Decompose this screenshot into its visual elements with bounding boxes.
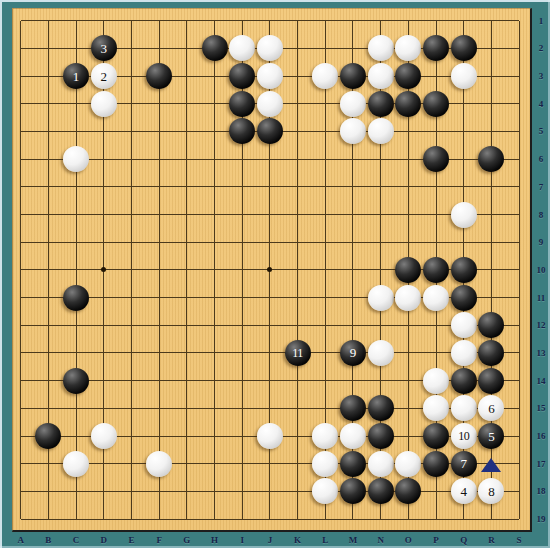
intersection-Q10[interactable]: [450, 256, 478, 284]
intersection-F13[interactable]: [145, 339, 173, 367]
intersection-G15[interactable]: [173, 394, 201, 422]
intersection-P14[interactable]: [422, 367, 450, 395]
intersection-C7[interactable]: [62, 173, 90, 201]
intersection-G14[interactable]: [173, 367, 201, 395]
intersection-A19[interactable]: [7, 505, 35, 533]
intersection-G6[interactable]: [173, 145, 201, 173]
intersection-O3[interactable]: [394, 62, 422, 90]
intersection-I8[interactable]: [228, 201, 256, 229]
intersection-P13[interactable]: [422, 339, 450, 367]
intersection-J5[interactable]: [256, 118, 284, 146]
intersection-N3[interactable]: [367, 62, 395, 90]
intersection-C19[interactable]: [62, 505, 90, 533]
intersection-R5[interactable]: [478, 118, 506, 146]
intersection-L11[interactable]: [311, 284, 339, 312]
intersection-N6[interactable]: [367, 145, 395, 173]
intersection-B16[interactable]: [35, 422, 63, 450]
intersection-I5[interactable]: [228, 118, 256, 146]
intersection-B7[interactable]: [35, 173, 63, 201]
intersection-D15[interactable]: [90, 394, 118, 422]
intersection-C8[interactable]: [62, 201, 90, 229]
intersection-E13[interactable]: [118, 339, 146, 367]
intersection-Q2[interactable]: [450, 35, 478, 63]
intersection-B12[interactable]: [35, 311, 63, 339]
intersection-A13[interactable]: [7, 339, 35, 367]
intersection-P7[interactable]: [422, 173, 450, 201]
intersection-F19[interactable]: [145, 505, 173, 533]
intersection-P4[interactable]: [422, 90, 450, 118]
intersection-E16[interactable]: [118, 422, 146, 450]
intersection-C12[interactable]: [62, 311, 90, 339]
intersection-P9[interactable]: [422, 228, 450, 256]
intersection-E12[interactable]: [118, 311, 146, 339]
intersection-O14[interactable]: [394, 367, 422, 395]
intersection-E5[interactable]: [118, 118, 146, 146]
intersection-D16[interactable]: [90, 422, 118, 450]
intersection-P1[interactable]: [422, 7, 450, 35]
intersection-M13[interactable]: 9: [339, 339, 367, 367]
intersection-L9[interactable]: [311, 228, 339, 256]
intersection-S15[interactable]: [505, 394, 533, 422]
intersection-P11[interactable]: [422, 284, 450, 312]
intersection-L13[interactable]: [311, 339, 339, 367]
intersection-F18[interactable]: [145, 478, 173, 506]
intersection-G18[interactable]: [173, 478, 201, 506]
intersection-G5[interactable]: [173, 118, 201, 146]
intersection-O17[interactable]: [394, 450, 422, 478]
intersection-E2[interactable]: [118, 35, 146, 63]
intersection-I1[interactable]: [228, 7, 256, 35]
intersection-P16[interactable]: [422, 422, 450, 450]
intersection-S11[interactable]: [505, 284, 533, 312]
intersection-E1[interactable]: [118, 7, 146, 35]
intersection-B8[interactable]: [35, 201, 63, 229]
intersection-H11[interactable]: [201, 284, 229, 312]
intersection-I19[interactable]: [228, 505, 256, 533]
intersection-N7[interactable]: [367, 173, 395, 201]
intersection-C3[interactable]: 1: [62, 62, 90, 90]
intersection-P3[interactable]: [422, 62, 450, 90]
intersection-Q19[interactable]: [450, 505, 478, 533]
intersection-M5[interactable]: [339, 118, 367, 146]
intersection-K13[interactable]: 11: [284, 339, 312, 367]
intersection-C10[interactable]: [62, 256, 90, 284]
intersection-H2[interactable]: [201, 35, 229, 63]
intersection-N9[interactable]: [367, 228, 395, 256]
intersection-D7[interactable]: [90, 173, 118, 201]
intersection-S7[interactable]: [505, 173, 533, 201]
intersection-G3[interactable]: [173, 62, 201, 90]
intersection-Q7[interactable]: [450, 173, 478, 201]
intersection-F17[interactable]: [145, 450, 173, 478]
intersection-I4[interactable]: [228, 90, 256, 118]
intersection-Q17[interactable]: 7: [450, 450, 478, 478]
intersection-F14[interactable]: [145, 367, 173, 395]
intersection-Q5[interactable]: [450, 118, 478, 146]
intersection-P6[interactable]: [422, 145, 450, 173]
intersection-P10[interactable]: [422, 256, 450, 284]
intersection-D12[interactable]: [90, 311, 118, 339]
intersection-G1[interactable]: [173, 7, 201, 35]
intersection-S10[interactable]: [505, 256, 533, 284]
intersection-O15[interactable]: [394, 394, 422, 422]
intersection-S1[interactable]: [505, 7, 533, 35]
intersection-R11[interactable]: [478, 284, 506, 312]
intersection-H4[interactable]: [201, 90, 229, 118]
intersection-I10[interactable]: [228, 256, 256, 284]
intersection-L12[interactable]: [311, 311, 339, 339]
intersection-H19[interactable]: [201, 505, 229, 533]
intersection-E18[interactable]: [118, 478, 146, 506]
intersection-J19[interactable]: [256, 505, 284, 533]
intersection-Q12[interactable]: [450, 311, 478, 339]
intersection-R1[interactable]: [478, 7, 506, 35]
intersection-L4[interactable]: [311, 90, 339, 118]
intersection-D3[interactable]: 2: [90, 62, 118, 90]
intersection-N12[interactable]: [367, 311, 395, 339]
intersection-R18[interactable]: 8: [478, 478, 506, 506]
intersection-A6[interactable]: [7, 145, 35, 173]
intersection-E11[interactable]: [118, 284, 146, 312]
intersection-I18[interactable]: [228, 478, 256, 506]
intersection-P8[interactable]: [422, 201, 450, 229]
intersection-D14[interactable]: [90, 367, 118, 395]
intersection-L15[interactable]: [311, 394, 339, 422]
intersection-K11[interactable]: [284, 284, 312, 312]
intersection-A7[interactable]: [7, 173, 35, 201]
intersection-B5[interactable]: [35, 118, 63, 146]
intersection-J15[interactable]: [256, 394, 284, 422]
intersection-R17[interactable]: [478, 450, 506, 478]
intersection-A14[interactable]: [7, 367, 35, 395]
intersection-B14[interactable]: [35, 367, 63, 395]
intersection-C13[interactable]: [62, 339, 90, 367]
intersection-O8[interactable]: [394, 201, 422, 229]
intersection-N2[interactable]: [367, 35, 395, 63]
intersection-P18[interactable]: [422, 478, 450, 506]
intersection-G11[interactable]: [173, 284, 201, 312]
intersection-M14[interactable]: [339, 367, 367, 395]
intersection-B9[interactable]: [35, 228, 63, 256]
intersection-Q18[interactable]: 4: [450, 478, 478, 506]
intersection-H15[interactable]: [201, 394, 229, 422]
intersection-N18[interactable]: [367, 478, 395, 506]
intersection-L2[interactable]: [311, 35, 339, 63]
intersection-G17[interactable]: [173, 450, 201, 478]
intersection-P17[interactable]: [422, 450, 450, 478]
intersection-L3[interactable]: [311, 62, 339, 90]
intersection-Q15[interactable]: [450, 394, 478, 422]
intersection-O16[interactable]: [394, 422, 422, 450]
intersection-P5[interactable]: [422, 118, 450, 146]
intersection-N13[interactable]: [367, 339, 395, 367]
intersection-D6[interactable]: [90, 145, 118, 173]
intersection-M8[interactable]: [339, 201, 367, 229]
intersection-R14[interactable]: [478, 367, 506, 395]
intersection-R16[interactable]: 5: [478, 422, 506, 450]
intersection-A4[interactable]: [7, 90, 35, 118]
intersection-K19[interactable]: [284, 505, 312, 533]
intersection-J11[interactable]: [256, 284, 284, 312]
intersection-N1[interactable]: [367, 7, 395, 35]
intersection-L14[interactable]: [311, 367, 339, 395]
intersection-D17[interactable]: [90, 450, 118, 478]
intersection-I13[interactable]: [228, 339, 256, 367]
intersection-N4[interactable]: [367, 90, 395, 118]
intersection-R3[interactable]: [478, 62, 506, 90]
intersection-E9[interactable]: [118, 228, 146, 256]
intersection-N16[interactable]: [367, 422, 395, 450]
intersection-I2[interactable]: [228, 35, 256, 63]
intersection-G13[interactable]: [173, 339, 201, 367]
intersection-K7[interactable]: [284, 173, 312, 201]
intersection-E6[interactable]: [118, 145, 146, 173]
intersection-K18[interactable]: [284, 478, 312, 506]
intersection-G4[interactable]: [173, 90, 201, 118]
intersection-G19[interactable]: [173, 505, 201, 533]
intersection-F8[interactable]: [145, 201, 173, 229]
intersection-D10[interactable]: [90, 256, 118, 284]
intersection-J4[interactable]: [256, 90, 284, 118]
intersection-D18[interactable]: [90, 478, 118, 506]
intersection-F9[interactable]: [145, 228, 173, 256]
intersection-B4[interactable]: [35, 90, 63, 118]
intersection-B19[interactable]: [35, 505, 63, 533]
intersection-M4[interactable]: [339, 90, 367, 118]
intersection-C18[interactable]: [62, 478, 90, 506]
intersection-M15[interactable]: [339, 394, 367, 422]
intersection-Q11[interactable]: [450, 284, 478, 312]
intersection-Q4[interactable]: [450, 90, 478, 118]
intersection-N19[interactable]: [367, 505, 395, 533]
intersection-C5[interactable]: [62, 118, 90, 146]
intersection-S6[interactable]: [505, 145, 533, 173]
intersection-O1[interactable]: [394, 7, 422, 35]
intersection-E7[interactable]: [118, 173, 146, 201]
intersection-N8[interactable]: [367, 201, 395, 229]
intersection-J12[interactable]: [256, 311, 284, 339]
intersection-E8[interactable]: [118, 201, 146, 229]
intersection-J2[interactable]: [256, 35, 284, 63]
intersection-S12[interactable]: [505, 311, 533, 339]
intersection-A15[interactable]: [7, 394, 35, 422]
intersection-G2[interactable]: [173, 35, 201, 63]
intersection-B6[interactable]: [35, 145, 63, 173]
intersection-K5[interactable]: [284, 118, 312, 146]
intersection-H12[interactable]: [201, 311, 229, 339]
intersection-S9[interactable]: [505, 228, 533, 256]
intersection-L1[interactable]: [311, 7, 339, 35]
intersection-R12[interactable]: [478, 311, 506, 339]
intersection-J1[interactable]: [256, 7, 284, 35]
intersection-N5[interactable]: [367, 118, 395, 146]
intersection-K10[interactable]: [284, 256, 312, 284]
intersection-S16[interactable]: [505, 422, 533, 450]
intersection-J10[interactable]: [256, 256, 284, 284]
intersection-A3[interactable]: [7, 62, 35, 90]
intersection-M11[interactable]: [339, 284, 367, 312]
intersection-H9[interactable]: [201, 228, 229, 256]
intersection-M3[interactable]: [339, 62, 367, 90]
intersection-H6[interactable]: [201, 145, 229, 173]
intersection-H3[interactable]: [201, 62, 229, 90]
intersection-F11[interactable]: [145, 284, 173, 312]
intersection-G16[interactable]: [173, 422, 201, 450]
intersection-E17[interactable]: [118, 450, 146, 478]
intersection-L5[interactable]: [311, 118, 339, 146]
intersection-I14[interactable]: [228, 367, 256, 395]
intersection-E4[interactable]: [118, 90, 146, 118]
intersection-C17[interactable]: [62, 450, 90, 478]
intersection-A2[interactable]: [7, 35, 35, 63]
intersection-C4[interactable]: [62, 90, 90, 118]
intersection-B3[interactable]: [35, 62, 63, 90]
intersection-H5[interactable]: [201, 118, 229, 146]
intersection-M7[interactable]: [339, 173, 367, 201]
intersection-A18[interactable]: [7, 478, 35, 506]
intersection-O13[interactable]: [394, 339, 422, 367]
intersection-P19[interactable]: [422, 505, 450, 533]
intersection-P12[interactable]: [422, 311, 450, 339]
intersection-M6[interactable]: [339, 145, 367, 173]
intersection-S14[interactable]: [505, 367, 533, 395]
intersection-J16[interactable]: [256, 422, 284, 450]
intersection-Q6[interactable]: [450, 145, 478, 173]
intersection-M9[interactable]: [339, 228, 367, 256]
intersection-B2[interactable]: [35, 35, 63, 63]
intersection-Q8[interactable]: [450, 201, 478, 229]
intersection-D19[interactable]: [90, 505, 118, 533]
intersection-E15[interactable]: [118, 394, 146, 422]
intersection-F1[interactable]: [145, 7, 173, 35]
intersection-K15[interactable]: [284, 394, 312, 422]
intersection-O6[interactable]: [394, 145, 422, 173]
intersection-M1[interactable]: [339, 7, 367, 35]
intersection-I15[interactable]: [228, 394, 256, 422]
intersection-J9[interactable]: [256, 228, 284, 256]
intersection-S18[interactable]: [505, 478, 533, 506]
intersection-C16[interactable]: [62, 422, 90, 450]
intersection-O11[interactable]: [394, 284, 422, 312]
intersection-C11[interactable]: [62, 284, 90, 312]
intersection-Q13[interactable]: [450, 339, 478, 367]
intersection-B18[interactable]: [35, 478, 63, 506]
intersection-G8[interactable]: [173, 201, 201, 229]
intersection-B11[interactable]: [35, 284, 63, 312]
intersection-A10[interactable]: [7, 256, 35, 284]
intersection-S17[interactable]: [505, 450, 533, 478]
intersection-J8[interactable]: [256, 201, 284, 229]
intersection-R6[interactable]: [478, 145, 506, 173]
intersection-L18[interactable]: [311, 478, 339, 506]
intersection-B13[interactable]: [35, 339, 63, 367]
intersection-D9[interactable]: [90, 228, 118, 256]
intersection-L6[interactable]: [311, 145, 339, 173]
intersection-N17[interactable]: [367, 450, 395, 478]
intersection-B1[interactable]: [35, 7, 63, 35]
intersection-M18[interactable]: [339, 478, 367, 506]
intersection-I16[interactable]: [228, 422, 256, 450]
intersection-A12[interactable]: [7, 311, 35, 339]
intersection-N10[interactable]: [367, 256, 395, 284]
intersection-C2[interactable]: [62, 35, 90, 63]
intersection-R13[interactable]: [478, 339, 506, 367]
intersection-O19[interactable]: [394, 505, 422, 533]
intersection-D13[interactable]: [90, 339, 118, 367]
intersection-R15[interactable]: 6: [478, 394, 506, 422]
intersection-K16[interactable]: [284, 422, 312, 450]
intersection-D2[interactable]: 3: [90, 35, 118, 63]
intersection-B17[interactable]: [35, 450, 63, 478]
intersection-H8[interactable]: [201, 201, 229, 229]
intersection-H14[interactable]: [201, 367, 229, 395]
intersection-K2[interactable]: [284, 35, 312, 63]
intersection-S8[interactable]: [505, 201, 533, 229]
intersection-L16[interactable]: [311, 422, 339, 450]
intersection-E19[interactable]: [118, 505, 146, 533]
intersection-D5[interactable]: [90, 118, 118, 146]
intersection-A11[interactable]: [7, 284, 35, 312]
intersection-L19[interactable]: [311, 505, 339, 533]
intersection-K9[interactable]: [284, 228, 312, 256]
intersection-H17[interactable]: [201, 450, 229, 478]
intersection-S5[interactable]: [505, 118, 533, 146]
intersection-I11[interactable]: [228, 284, 256, 312]
intersection-O4[interactable]: [394, 90, 422, 118]
intersection-B15[interactable]: [35, 394, 63, 422]
intersection-G10[interactable]: [173, 256, 201, 284]
intersection-P2[interactable]: [422, 35, 450, 63]
intersection-K14[interactable]: [284, 367, 312, 395]
intersection-F16[interactable]: [145, 422, 173, 450]
intersection-S13[interactable]: [505, 339, 533, 367]
intersection-K4[interactable]: [284, 90, 312, 118]
intersection-R19[interactable]: [478, 505, 506, 533]
intersection-J6[interactable]: [256, 145, 284, 173]
intersection-M16[interactable]: [339, 422, 367, 450]
intersection-H16[interactable]: [201, 422, 229, 450]
intersection-R2[interactable]: [478, 35, 506, 63]
intersection-D4[interactable]: [90, 90, 118, 118]
intersection-L10[interactable]: [311, 256, 339, 284]
intersection-L8[interactable]: [311, 201, 339, 229]
intersection-R9[interactable]: [478, 228, 506, 256]
intersection-N14[interactable]: [367, 367, 395, 395]
intersection-A9[interactable]: [7, 228, 35, 256]
intersection-Q14[interactable]: [450, 367, 478, 395]
intersection-M12[interactable]: [339, 311, 367, 339]
intersection-Q1[interactable]: [450, 7, 478, 35]
intersection-K17[interactable]: [284, 450, 312, 478]
intersection-Q16[interactable]: 10: [450, 422, 478, 450]
intersection-H1[interactable]: [201, 7, 229, 35]
intersection-S4[interactable]: [505, 90, 533, 118]
intersection-D1[interactable]: [90, 7, 118, 35]
intersection-J14[interactable]: [256, 367, 284, 395]
intersection-K1[interactable]: [284, 7, 312, 35]
intersection-M10[interactable]: [339, 256, 367, 284]
intersection-S19[interactable]: [505, 505, 533, 533]
intersection-I9[interactable]: [228, 228, 256, 256]
intersection-I3[interactable]: [228, 62, 256, 90]
intersection-F5[interactable]: [145, 118, 173, 146]
intersection-O2[interactable]: [394, 35, 422, 63]
intersection-L7[interactable]: [311, 173, 339, 201]
intersection-F6[interactable]: [145, 145, 173, 173]
intersection-I6[interactable]: [228, 145, 256, 173]
intersection-L17[interactable]: [311, 450, 339, 478]
intersection-A8[interactable]: [7, 201, 35, 229]
